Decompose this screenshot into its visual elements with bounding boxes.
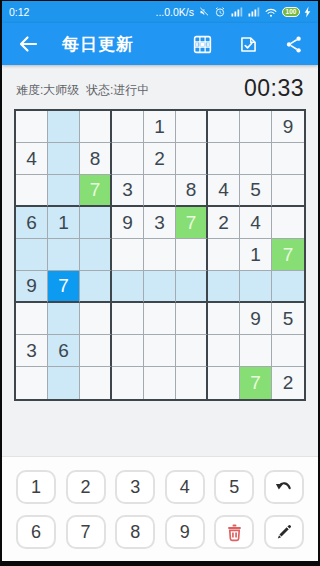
cell-r6c9[interactable] [272,271,304,303]
cell-r7c7[interactable] [208,303,240,335]
pencil-button[interactable] [264,515,304,549]
cell-r3c5[interactable] [144,175,176,207]
status-bar: 0:12 ...0.0K/s 100 [2,1,318,23]
cell-r3c2[interactable] [48,175,80,207]
cell-r7c2[interactable] [48,303,80,335]
cell-r6c3[interactable] [80,271,112,303]
sudoku-board: 194827384561937241797953672 [14,109,306,401]
digit-key-3[interactable]: 3 [115,470,155,504]
cell-r9c8[interactable]: 7 [240,367,272,399]
cell-r5c2[interactable] [48,239,80,271]
cell-r2c1[interactable]: 4 [16,143,48,175]
pencil-icon [274,522,294,542]
cell-r4c1[interactable]: 6 [16,207,48,239]
cell-r9c9[interactable]: 2 [272,367,304,399]
cell-r9c6[interactable] [176,367,208,399]
cell-r4c8[interactable]: 4 [240,207,272,239]
cell-r3c1[interactable] [16,175,48,207]
cell-r3c4[interactable]: 3 [112,175,144,207]
cell-r7c4[interactable] [112,303,144,335]
cell-r7c5[interactable] [144,303,176,335]
check-task-icon[interactable] [238,34,259,55]
battery-indicator: 100 [282,7,300,17]
cell-r5c7[interactable] [208,239,240,271]
cell-r2c8[interactable] [240,143,272,175]
cell-r1c4[interactable] [112,111,144,143]
network-speed: ...0.0K/s [155,6,194,18]
cell-r4c4[interactable]: 9 [112,207,144,239]
cell-r9c2[interactable] [48,367,80,399]
cell-r2c3[interactable]: 8 [80,143,112,175]
signal-sim1-icon [230,6,243,18]
cell-r1c8[interactable] [240,111,272,143]
cell-r6c8[interactable] [240,271,272,303]
trash-icon [224,522,245,543]
alarm-clock-icon [214,6,226,18]
cell-r9c3[interactable] [80,367,112,399]
cell-r9c7[interactable] [208,367,240,399]
cell-r5c1[interactable] [16,239,48,271]
erase-button[interactable] [214,515,254,549]
cell-r8c4[interactable] [112,335,144,367]
game-info-row: 难度:大师级 状态:进行中 00:33 [2,65,318,102]
cell-r8c8[interactable] [240,335,272,367]
digit-key-6[interactable]: 6 [16,515,56,549]
timer: 00:33 [244,75,304,102]
cell-r2c9[interactable] [272,143,304,175]
cell-r6c7[interactable] [208,271,240,303]
cell-r5c6[interactable] [176,239,208,271]
cell-r7c9[interactable]: 5 [272,303,304,335]
cell-r5c5[interactable] [144,239,176,271]
cell-r2c4[interactable] [112,143,144,175]
cell-r5c3[interactable] [80,239,112,271]
cell-r6c4[interactable] [112,271,144,303]
undo-button[interactable] [264,470,304,504]
cell-r6c5[interactable] [144,271,176,303]
cell-r1c6[interactable] [176,111,208,143]
cell-r7c8[interactable]: 9 [240,303,272,335]
digit-key-1[interactable]: 1 [16,470,56,504]
cell-r5c8[interactable]: 1 [240,239,272,271]
cell-r9c1[interactable] [16,367,48,399]
cell-r1c9[interactable]: 9 [272,111,304,143]
digit-key-7[interactable]: 7 [66,515,106,549]
cell-r7c6[interactable] [176,303,208,335]
charging-bolt-icon [304,6,311,18]
cell-r8c3[interactable] [80,335,112,367]
cell-r2c7[interactable] [208,143,240,175]
digit-key-4[interactable]: 4 [165,470,205,504]
cell-r4c3[interactable] [80,207,112,239]
cell-r6c1[interactable]: 9 [16,271,48,303]
clock-time: 0:12 [9,6,29,18]
cell-r8c5[interactable] [144,335,176,367]
cell-r8c2[interactable]: 6 [48,335,80,367]
digit-key-2[interactable]: 2 [66,470,106,504]
board-grid-icon[interactable] [192,34,213,55]
cell-r7c1[interactable] [16,303,48,335]
phone-screen: 0:12 ...0.0K/s 100 每日更新 难度:大师级 状态:进行中 00… [0,0,320,566]
cell-r4c6[interactable]: 7 [176,207,208,239]
cell-r9c5[interactable] [144,367,176,399]
page-title: 每日更新 [62,33,134,56]
cell-r6c6[interactable] [176,271,208,303]
cell-r4c9[interactable] [272,207,304,239]
cell-r5c9[interactable]: 7 [272,239,304,271]
signal-sim2-icon [247,6,260,18]
cell-r2c2[interactable] [48,143,80,175]
difficulty-status-text: 难度:大师级 状态:进行中 [16,82,149,102]
cell-r6c2[interactable]: 7 [48,271,80,303]
cell-r4c7[interactable]: 2 [208,207,240,239]
number-pad-row-2: 6789 [16,515,304,549]
cell-r7c3[interactable] [80,303,112,335]
cell-r1c3[interactable] [80,111,112,143]
number-pad: 12345 6789 [2,456,318,561]
cell-r2c5[interactable]: 2 [144,143,176,175]
cell-r8c6[interactable] [176,335,208,367]
cell-r1c2[interactable] [48,111,80,143]
digit-key-5[interactable]: 5 [214,470,254,504]
cell-r4c2[interactable]: 1 [48,207,80,239]
cell-r1c5[interactable]: 1 [144,111,176,143]
mute-icon [198,6,210,18]
digit-key-9[interactable]: 9 [165,515,205,549]
cell-r3c8[interactable]: 5 [240,175,272,207]
cell-r3c9[interactable] [272,175,304,207]
back-arrow-icon[interactable] [16,32,40,56]
wifi-icon [264,7,278,18]
undo-icon [273,476,295,498]
cell-r1c7[interactable] [208,111,240,143]
cell-r2c6[interactable] [176,143,208,175]
cell-r3c3[interactable]: 7 [80,175,112,207]
cell-r3c7[interactable]: 4 [208,175,240,207]
cell-r8c9[interactable] [272,335,304,367]
share-icon[interactable] [284,34,304,55]
number-pad-row-1: 12345 [16,470,304,504]
cell-r1c1[interactable] [16,111,48,143]
digit-key-8[interactable]: 8 [115,515,155,549]
cell-r5c4[interactable] [112,239,144,271]
cell-r8c7[interactable] [208,335,240,367]
cell-r4c5[interactable]: 3 [144,207,176,239]
app-bar: 每日更新 [2,23,318,65]
cell-r9c4[interactable] [112,367,144,399]
cell-r8c1[interactable]: 3 [16,335,48,367]
cell-r3c6[interactable]: 8 [176,175,208,207]
